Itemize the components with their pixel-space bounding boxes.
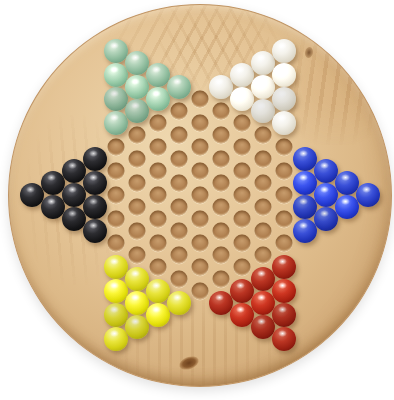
board-cell [84, 195, 105, 219]
board-cell [168, 75, 189, 99]
board-cell [168, 123, 189, 147]
hole[interactable] [191, 163, 208, 180]
board-cell [231, 159, 252, 183]
board-cell [273, 231, 294, 255]
hole[interactable] [149, 115, 166, 132]
hole[interactable] [191, 139, 208, 156]
marble-white[interactable] [272, 39, 296, 63]
hole[interactable] [128, 223, 145, 240]
board-cell [252, 171, 273, 195]
hole[interactable] [170, 223, 187, 240]
board-cell [210, 123, 231, 147]
marble-blue[interactable] [314, 207, 338, 231]
board-cell [252, 315, 273, 339]
board-cell [42, 171, 63, 195]
marble-yellow[interactable] [104, 327, 128, 351]
hole[interactable] [233, 163, 250, 180]
marble-yellow[interactable] [167, 291, 191, 315]
hole[interactable] [233, 259, 250, 276]
board-cell [105, 231, 126, 255]
board-cell [147, 207, 168, 231]
hole[interactable] [254, 223, 271, 240]
board-cell [231, 279, 252, 303]
hole[interactable] [170, 199, 187, 216]
board-cell [210, 291, 231, 315]
board-cell [210, 99, 231, 123]
board-cell [315, 159, 336, 183]
hole[interactable] [149, 163, 166, 180]
hole[interactable] [212, 271, 229, 288]
board-cell [105, 183, 126, 207]
hole[interactable] [254, 175, 271, 192]
board-cell [168, 147, 189, 171]
hole[interactable] [149, 235, 166, 252]
board-cell [126, 123, 147, 147]
board-cell [189, 183, 210, 207]
hole[interactable] [170, 151, 187, 168]
board-cell [252, 123, 273, 147]
hole[interactable] [128, 247, 145, 264]
hole[interactable] [107, 139, 124, 156]
hole[interactable] [275, 163, 292, 180]
hole[interactable] [254, 199, 271, 216]
board-cell [336, 171, 357, 195]
board [8, 4, 392, 387]
board-cell [273, 327, 294, 351]
board-cell [252, 243, 273, 267]
marble-yellow[interactable] [146, 303, 170, 327]
board-cell [252, 75, 273, 99]
board-cell [126, 243, 147, 267]
marble-red[interactable] [272, 279, 296, 303]
board-cell [126, 291, 147, 315]
board-cell [126, 51, 147, 75]
board-cell [189, 207, 210, 231]
board-cell [189, 159, 210, 183]
board-cell [252, 99, 273, 123]
board-cell [147, 135, 168, 159]
board-cell [210, 147, 231, 171]
board-cell [231, 111, 252, 135]
hole[interactable] [107, 235, 124, 252]
marble-black[interactable] [83, 171, 107, 195]
board-cell [273, 63, 294, 87]
board-cell [21, 183, 42, 207]
wood-knot-bottom [178, 354, 201, 372]
hole[interactable] [128, 199, 145, 216]
board-cell [147, 159, 168, 183]
board-cell [231, 87, 252, 111]
hole[interactable] [191, 211, 208, 228]
hole[interactable] [107, 211, 124, 228]
board-cell [273, 207, 294, 231]
board-cell [189, 231, 210, 255]
hole[interactable] [212, 247, 229, 264]
board-cell [231, 255, 252, 279]
marble-red[interactable] [272, 303, 296, 327]
board-cell [168, 219, 189, 243]
board-cell [105, 39, 126, 63]
hole[interactable] [212, 175, 229, 192]
board-cell [168, 291, 189, 315]
hole[interactable] [212, 223, 229, 240]
board-cell [168, 171, 189, 195]
board-cell [252, 147, 273, 171]
board-cell [273, 39, 294, 63]
board-cell [105, 111, 126, 135]
marble-blue[interactable] [335, 195, 359, 219]
board-cell [84, 219, 105, 243]
board-cell [315, 207, 336, 231]
board-cell [273, 87, 294, 111]
marble-black[interactable] [83, 219, 107, 243]
board-cell [126, 315, 147, 339]
board-cell [126, 195, 147, 219]
board-cell [252, 267, 273, 291]
photo-stage [0, 0, 394, 400]
board-cell [189, 87, 210, 111]
hole[interactable] [191, 235, 208, 252]
board-cell [147, 231, 168, 255]
board-cell [273, 279, 294, 303]
board-cell [63, 159, 84, 183]
marble-green[interactable] [146, 87, 170, 111]
hole[interactable] [212, 127, 229, 144]
hole[interactable] [128, 151, 145, 168]
marble-white[interactable] [272, 63, 296, 87]
hole[interactable] [191, 283, 208, 300]
board-cell [126, 171, 147, 195]
board-cell [126, 267, 147, 291]
board-cell [126, 75, 147, 99]
board-cell [147, 63, 168, 87]
hole[interactable] [212, 103, 229, 120]
hole[interactable] [149, 187, 166, 204]
hole[interactable] [107, 163, 124, 180]
board-cell [63, 207, 84, 231]
board-cell [273, 255, 294, 279]
board-cell [231, 183, 252, 207]
board-cell [231, 231, 252, 255]
marble-green[interactable] [125, 99, 149, 123]
board-cell [210, 195, 231, 219]
board-cell [252, 195, 273, 219]
board-cell [126, 219, 147, 243]
board-cell [189, 111, 210, 135]
board-cell [210, 75, 231, 99]
hole[interactable] [170, 103, 187, 120]
board-cell [168, 267, 189, 291]
hole[interactable] [149, 259, 166, 276]
board-cell [105, 279, 126, 303]
hole[interactable] [275, 211, 292, 228]
hole[interactable] [233, 211, 250, 228]
hole[interactable] [170, 271, 187, 288]
hole[interactable] [254, 127, 271, 144]
marble-black[interactable] [83, 147, 107, 171]
hole[interactable] [233, 235, 250, 252]
hole[interactable] [149, 139, 166, 156]
board-cell [84, 171, 105, 195]
hole[interactable] [233, 139, 250, 156]
board-cell [63, 183, 84, 207]
hole[interactable] [191, 187, 208, 204]
marble-green[interactable] [104, 111, 128, 135]
board-cell [147, 255, 168, 279]
board-cell [273, 159, 294, 183]
board-cell [42, 195, 63, 219]
board-cell [294, 147, 315, 171]
board-cell [126, 147, 147, 171]
board-cell [231, 207, 252, 231]
board-cell [210, 243, 231, 267]
board-cell [210, 219, 231, 243]
board-cell [189, 255, 210, 279]
board-cell [105, 87, 126, 111]
hole[interactable] [275, 187, 292, 204]
hole[interactable] [275, 139, 292, 156]
hole[interactable] [191, 91, 208, 108]
board-cell [273, 111, 294, 135]
board-cell [168, 195, 189, 219]
board-cell [147, 87, 168, 111]
board-cell [105, 303, 126, 327]
marble-blue[interactable] [356, 183, 380, 207]
board-cell [315, 183, 336, 207]
board-cell [273, 183, 294, 207]
board-cell [189, 279, 210, 303]
hole[interactable] [149, 211, 166, 228]
board-cell [231, 303, 252, 327]
hole[interactable] [233, 115, 250, 132]
marble-white[interactable] [272, 87, 296, 111]
marble-yellow[interactable] [125, 315, 149, 339]
board-cell [168, 243, 189, 267]
hole[interactable] [107, 187, 124, 204]
marble-red[interactable] [272, 255, 296, 279]
board-cell [168, 99, 189, 123]
board-cell [210, 267, 231, 291]
board-cell [252, 291, 273, 315]
marble-red[interactable] [272, 327, 296, 351]
board-cell [126, 99, 147, 123]
hole[interactable] [128, 127, 145, 144]
marble-black[interactable] [83, 195, 107, 219]
board-cell [147, 183, 168, 207]
board-cell [357, 183, 378, 207]
board-cell [231, 63, 252, 87]
board-cell [105, 159, 126, 183]
hole[interactable] [212, 151, 229, 168]
board-cell [147, 303, 168, 327]
board-cell [252, 51, 273, 75]
hole[interactable] [170, 175, 187, 192]
board-cell [252, 219, 273, 243]
board-cell [189, 135, 210, 159]
board-cell [84, 147, 105, 171]
hole[interactable] [191, 115, 208, 132]
hole[interactable] [254, 151, 271, 168]
marble-green[interactable] [167, 75, 191, 99]
board-cell [105, 63, 126, 87]
board-cell [336, 195, 357, 219]
board-cell [273, 303, 294, 327]
board-cell [147, 111, 168, 135]
marble-white[interactable] [272, 111, 296, 135]
board-cell [294, 195, 315, 219]
board-cell [105, 255, 126, 279]
board-cell [105, 327, 126, 351]
hole[interactable] [254, 247, 271, 264]
hole[interactable] [233, 187, 250, 204]
hole[interactable] [128, 175, 145, 192]
hole[interactable] [191, 259, 208, 276]
hole[interactable] [212, 199, 229, 216]
board-cell [105, 135, 126, 159]
hole[interactable] [275, 235, 292, 252]
hole[interactable] [170, 247, 187, 264]
board-cell [273, 135, 294, 159]
board-grid [21, 39, 378, 351]
board-cell [147, 279, 168, 303]
marble-blue[interactable] [293, 219, 317, 243]
board-cell [294, 219, 315, 243]
board-cell [105, 207, 126, 231]
board-cell [210, 171, 231, 195]
hole[interactable] [170, 127, 187, 144]
board-cell [231, 135, 252, 159]
board-cell [294, 171, 315, 195]
